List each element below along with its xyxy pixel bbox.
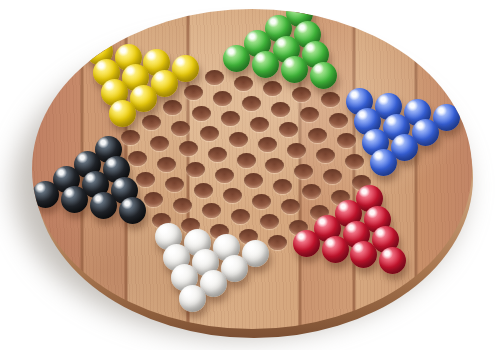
board-hole[interactable] xyxy=(323,169,342,184)
board-hole[interactable] xyxy=(221,111,240,126)
board-hole[interactable] xyxy=(213,91,232,106)
marble-black[interactable] xyxy=(90,192,117,219)
board-hole[interactable] xyxy=(186,162,205,177)
marble-green[interactable] xyxy=(252,51,279,78)
board-hole[interactable] xyxy=(202,203,221,218)
board-hole[interactable] xyxy=(250,117,269,132)
photo-backdrop xyxy=(0,0,500,350)
board-hole[interactable] xyxy=(252,194,271,209)
marble-red[interactable] xyxy=(350,241,377,268)
marble-green[interactable] xyxy=(223,45,250,72)
board-hole[interactable] xyxy=(294,164,313,179)
board-hole[interactable] xyxy=(337,133,356,148)
board-hole[interactable] xyxy=(205,70,224,85)
board-hole[interactable] xyxy=(171,121,190,136)
board-hole[interactable] xyxy=(179,141,198,156)
marble-red[interactable] xyxy=(293,230,320,257)
board-hole[interactable] xyxy=(215,168,234,183)
board-hole[interactable] xyxy=(279,122,298,137)
board-hole[interactable] xyxy=(273,179,292,194)
board-hole[interactable] xyxy=(128,151,147,166)
board-hole[interactable] xyxy=(242,96,261,111)
board-hole[interactable] xyxy=(208,147,227,162)
board-hole[interactable] xyxy=(194,183,213,198)
board-hole[interactable] xyxy=(263,81,282,96)
board-hole[interactable] xyxy=(258,137,277,152)
marble-blue[interactable] xyxy=(370,149,397,176)
marble-red[interactable] xyxy=(322,236,349,263)
board-hole[interactable] xyxy=(192,106,211,121)
board-hole[interactable] xyxy=(292,87,311,102)
board-hole[interactable] xyxy=(136,172,155,187)
board-hole[interactable] xyxy=(150,136,169,151)
marble-black[interactable] xyxy=(61,186,88,213)
board-hole[interactable] xyxy=(302,184,321,199)
board-hole[interactable] xyxy=(121,130,140,145)
board-hole[interactable] xyxy=(200,126,219,141)
board-hole[interactable] xyxy=(144,192,163,207)
marble-green[interactable] xyxy=(310,62,337,89)
marble-white[interactable] xyxy=(179,285,206,312)
board-hole[interactable] xyxy=(281,199,300,214)
board-hole[interactable] xyxy=(173,198,192,213)
board-hole[interactable] xyxy=(229,132,248,147)
board-hole[interactable] xyxy=(287,143,306,158)
marble-black[interactable] xyxy=(119,197,146,224)
board-hole[interactable] xyxy=(300,107,319,122)
board-hole[interactable] xyxy=(260,214,279,229)
chinese-checkers-board xyxy=(32,9,472,329)
board-hole[interactable] xyxy=(271,102,290,117)
marble-red[interactable] xyxy=(379,247,406,274)
board-hole[interactable] xyxy=(268,235,287,250)
board-hole[interactable] xyxy=(308,128,327,143)
board-hole[interactable] xyxy=(142,115,161,130)
board-hole[interactable] xyxy=(316,148,335,163)
board-hole[interactable] xyxy=(163,100,182,115)
board-hole[interactable] xyxy=(237,153,256,168)
board-hole[interactable] xyxy=(321,92,340,107)
board-hole[interactable] xyxy=(231,209,250,224)
board-hole[interactable] xyxy=(157,157,176,172)
board-hole[interactable] xyxy=(184,85,203,100)
board-hole[interactable] xyxy=(165,177,184,192)
board-hole[interactable] xyxy=(234,76,253,91)
marble-green[interactable] xyxy=(281,56,308,83)
board-hole[interactable] xyxy=(345,154,364,169)
board-hole[interactable] xyxy=(265,158,284,173)
board-hole[interactable] xyxy=(244,173,263,188)
board-hole[interactable] xyxy=(223,188,242,203)
board-hole[interactable] xyxy=(329,113,348,128)
marble-yellow[interactable] xyxy=(109,100,136,127)
